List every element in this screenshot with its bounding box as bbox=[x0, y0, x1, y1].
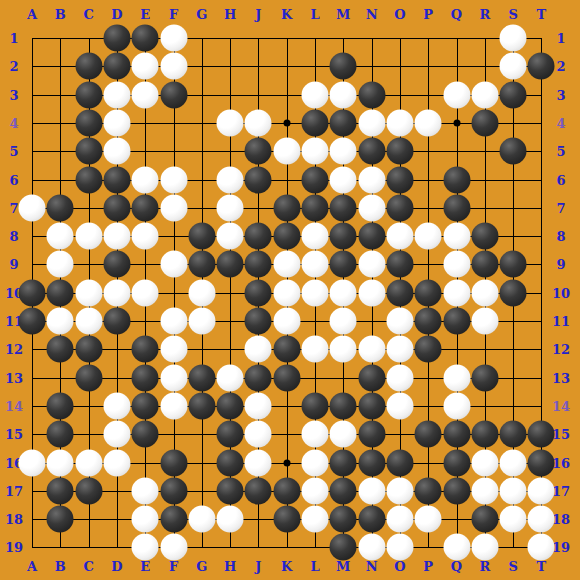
black-stone[interactable] bbox=[245, 166, 272, 193]
white-stone[interactable] bbox=[103, 449, 130, 476]
white-stone[interactable] bbox=[273, 279, 300, 306]
empty-intersection[interactable] bbox=[443, 505, 471, 533]
empty-intersection[interactable] bbox=[414, 194, 442, 222]
empty-intersection[interactable] bbox=[103, 335, 131, 363]
empty-intersection[interactable] bbox=[443, 137, 471, 165]
white-stone[interactable] bbox=[160, 308, 187, 335]
empty-intersection[interactable] bbox=[527, 222, 555, 250]
empty-intersection[interactable] bbox=[499, 533, 527, 561]
empty-intersection[interactable] bbox=[188, 81, 216, 109]
black-stone[interactable] bbox=[273, 477, 300, 504]
empty-intersection[interactable] bbox=[273, 81, 301, 109]
white-stone[interactable] bbox=[217, 223, 244, 250]
empty-intersection[interactable] bbox=[18, 477, 46, 505]
white-stone[interactable] bbox=[188, 279, 215, 306]
empty-intersection[interactable] bbox=[329, 364, 357, 392]
black-stone[interactable] bbox=[188, 223, 215, 250]
black-stone[interactable] bbox=[358, 449, 385, 476]
empty-intersection[interactable] bbox=[18, 81, 46, 109]
black-stone[interactable] bbox=[330, 194, 357, 221]
empty-intersection[interactable] bbox=[414, 81, 442, 109]
black-stone[interactable] bbox=[217, 449, 244, 476]
white-stone[interactable] bbox=[500, 506, 527, 533]
white-stone[interactable] bbox=[471, 308, 498, 335]
black-stone[interactable] bbox=[245, 223, 272, 250]
white-stone[interactable] bbox=[443, 81, 470, 108]
black-stone[interactable] bbox=[19, 279, 46, 306]
empty-intersection[interactable] bbox=[443, 24, 471, 52]
white-stone[interactable] bbox=[132, 81, 159, 108]
empty-intersection[interactable] bbox=[443, 109, 471, 137]
white-stone[interactable] bbox=[132, 477, 159, 504]
white-stone[interactable] bbox=[217, 194, 244, 221]
empty-intersection[interactable] bbox=[46, 166, 74, 194]
black-stone[interactable] bbox=[47, 421, 74, 448]
empty-intersection[interactable] bbox=[443, 52, 471, 80]
empty-intersection[interactable] bbox=[216, 24, 244, 52]
black-stone[interactable] bbox=[217, 392, 244, 419]
white-stone[interactable] bbox=[358, 251, 385, 278]
white-stone[interactable] bbox=[132, 279, 159, 306]
white-stone[interactable] bbox=[47, 251, 74, 278]
black-stone[interactable] bbox=[471, 364, 498, 391]
empty-intersection[interactable] bbox=[18, 335, 46, 363]
empty-intersection[interactable] bbox=[18, 250, 46, 278]
empty-intersection[interactable] bbox=[160, 109, 188, 137]
white-stone[interactable] bbox=[273, 138, 300, 165]
empty-intersection[interactable] bbox=[160, 420, 188, 448]
empty-intersection[interactable] bbox=[188, 449, 216, 477]
empty-intersection[interactable] bbox=[301, 52, 329, 80]
empty-intersection[interactable] bbox=[527, 137, 555, 165]
white-stone[interactable] bbox=[358, 279, 385, 306]
black-stone[interactable] bbox=[443, 449, 470, 476]
empty-intersection[interactable] bbox=[188, 109, 216, 137]
empty-intersection[interactable] bbox=[216, 137, 244, 165]
white-stone[interactable] bbox=[500, 449, 527, 476]
black-stone[interactable] bbox=[273, 364, 300, 391]
black-stone[interactable] bbox=[245, 364, 272, 391]
empty-intersection[interactable] bbox=[244, 81, 272, 109]
empty-intersection[interactable] bbox=[103, 477, 131, 505]
empty-intersection[interactable] bbox=[499, 109, 527, 137]
white-stone[interactable] bbox=[132, 534, 159, 561]
empty-intersection[interactable] bbox=[527, 194, 555, 222]
black-stone[interactable] bbox=[330, 392, 357, 419]
black-stone[interactable] bbox=[217, 251, 244, 278]
empty-intersection[interactable] bbox=[386, 420, 414, 448]
white-stone[interactable] bbox=[132, 166, 159, 193]
black-stone[interactable] bbox=[217, 421, 244, 448]
black-stone[interactable] bbox=[443, 166, 470, 193]
empty-intersection[interactable] bbox=[75, 24, 103, 52]
empty-intersection[interactable] bbox=[18, 109, 46, 137]
white-stone[interactable] bbox=[386, 308, 413, 335]
black-stone[interactable] bbox=[103, 166, 130, 193]
white-stone[interactable] bbox=[330, 308, 357, 335]
empty-intersection[interactable] bbox=[414, 24, 442, 52]
black-stone[interactable] bbox=[273, 223, 300, 250]
white-stone[interactable] bbox=[415, 506, 442, 533]
white-stone[interactable] bbox=[471, 534, 498, 561]
empty-intersection[interactable] bbox=[18, 364, 46, 392]
white-stone[interactable] bbox=[103, 421, 130, 448]
black-stone[interactable] bbox=[75, 364, 102, 391]
empty-intersection[interactable] bbox=[527, 81, 555, 109]
empty-intersection[interactable] bbox=[46, 137, 74, 165]
white-stone[interactable] bbox=[471, 477, 498, 504]
black-stone[interactable] bbox=[415, 477, 442, 504]
empty-intersection[interactable] bbox=[499, 222, 527, 250]
empty-intersection[interactable] bbox=[18, 505, 46, 533]
empty-intersection[interactable] bbox=[103, 505, 131, 533]
black-stone[interactable] bbox=[330, 477, 357, 504]
black-stone[interactable] bbox=[500, 251, 527, 278]
black-stone[interactable] bbox=[103, 25, 130, 52]
black-stone[interactable] bbox=[330, 506, 357, 533]
empty-intersection[interactable] bbox=[188, 194, 216, 222]
white-stone[interactable] bbox=[75, 449, 102, 476]
white-stone[interactable] bbox=[443, 251, 470, 278]
empty-intersection[interactable] bbox=[329, 24, 357, 52]
white-stone[interactable] bbox=[188, 308, 215, 335]
white-stone[interactable] bbox=[160, 392, 187, 419]
empty-intersection[interactable] bbox=[358, 24, 386, 52]
white-stone[interactable] bbox=[302, 421, 329, 448]
white-stone[interactable] bbox=[75, 308, 102, 335]
white-stone[interactable] bbox=[103, 223, 130, 250]
white-stone[interactable] bbox=[358, 534, 385, 561]
white-stone[interactable] bbox=[245, 109, 272, 136]
empty-intersection[interactable] bbox=[527, 24, 555, 52]
white-stone[interactable] bbox=[386, 223, 413, 250]
white-stone[interactable] bbox=[160, 534, 187, 561]
black-stone[interactable] bbox=[358, 138, 385, 165]
black-stone[interactable] bbox=[217, 477, 244, 504]
empty-intersection[interactable] bbox=[443, 335, 471, 363]
white-stone[interactable] bbox=[302, 81, 329, 108]
black-stone[interactable] bbox=[443, 194, 470, 221]
empty-intersection[interactable] bbox=[527, 307, 555, 335]
empty-intersection[interactable] bbox=[301, 533, 329, 561]
black-stone[interactable] bbox=[160, 449, 187, 476]
white-stone[interactable] bbox=[302, 506, 329, 533]
black-stone[interactable] bbox=[75, 166, 102, 193]
empty-intersection[interactable] bbox=[499, 335, 527, 363]
empty-intersection[interactable] bbox=[471, 24, 499, 52]
white-stone[interactable] bbox=[302, 223, 329, 250]
white-stone[interactable] bbox=[75, 223, 102, 250]
white-stone[interactable] bbox=[75, 279, 102, 306]
empty-intersection[interactable] bbox=[414, 449, 442, 477]
white-stone[interactable] bbox=[358, 166, 385, 193]
empty-intersection[interactable] bbox=[471, 137, 499, 165]
black-stone[interactable] bbox=[47, 279, 74, 306]
black-stone[interactable] bbox=[245, 308, 272, 335]
empty-intersection[interactable] bbox=[471, 166, 499, 194]
black-stone[interactable] bbox=[132, 336, 159, 363]
empty-intersection[interactable] bbox=[131, 307, 159, 335]
white-stone[interactable] bbox=[415, 223, 442, 250]
white-stone[interactable] bbox=[386, 364, 413, 391]
black-stone[interactable] bbox=[47, 392, 74, 419]
empty-intersection[interactable] bbox=[244, 24, 272, 52]
empty-intersection[interactable] bbox=[527, 166, 555, 194]
empty-intersection[interactable] bbox=[46, 364, 74, 392]
empty-intersection[interactable] bbox=[244, 533, 272, 561]
empty-intersection[interactable] bbox=[75, 392, 103, 420]
black-stone[interactable] bbox=[302, 392, 329, 419]
empty-intersection[interactable] bbox=[131, 449, 159, 477]
empty-intersection[interactable] bbox=[414, 392, 442, 420]
empty-intersection[interactable] bbox=[216, 533, 244, 561]
white-stone[interactable] bbox=[358, 194, 385, 221]
empty-intersection[interactable] bbox=[75, 250, 103, 278]
empty-intersection[interactable] bbox=[386, 52, 414, 80]
empty-intersection[interactable] bbox=[499, 307, 527, 335]
white-stone[interactable] bbox=[217, 109, 244, 136]
white-stone[interactable] bbox=[302, 138, 329, 165]
empty-intersection[interactable] bbox=[273, 449, 301, 477]
white-stone[interactable] bbox=[443, 279, 470, 306]
black-stone[interactable] bbox=[330, 53, 357, 80]
black-stone[interactable] bbox=[188, 392, 215, 419]
white-stone[interactable] bbox=[471, 81, 498, 108]
black-stone[interactable] bbox=[47, 477, 74, 504]
black-stone[interactable] bbox=[273, 194, 300, 221]
empty-intersection[interactable] bbox=[188, 335, 216, 363]
black-stone[interactable] bbox=[471, 506, 498, 533]
black-stone[interactable] bbox=[528, 53, 555, 80]
white-stone[interactable] bbox=[330, 279, 357, 306]
black-stone[interactable] bbox=[47, 506, 74, 533]
black-stone[interactable] bbox=[330, 251, 357, 278]
white-stone[interactable] bbox=[330, 166, 357, 193]
empty-intersection[interactable] bbox=[18, 222, 46, 250]
empty-intersection[interactable] bbox=[18, 137, 46, 165]
black-stone[interactable] bbox=[75, 53, 102, 80]
white-stone[interactable] bbox=[47, 223, 74, 250]
black-stone[interactable] bbox=[245, 138, 272, 165]
white-stone[interactable] bbox=[132, 53, 159, 80]
black-stone[interactable] bbox=[245, 477, 272, 504]
black-stone[interactable] bbox=[415, 279, 442, 306]
black-stone[interactable] bbox=[358, 81, 385, 108]
empty-intersection[interactable] bbox=[527, 250, 555, 278]
white-stone[interactable] bbox=[245, 449, 272, 476]
black-stone[interactable] bbox=[160, 81, 187, 108]
empty-intersection[interactable] bbox=[75, 420, 103, 448]
white-stone[interactable] bbox=[217, 166, 244, 193]
black-stone[interactable] bbox=[188, 251, 215, 278]
empty-intersection[interactable] bbox=[188, 137, 216, 165]
empty-intersection[interactable] bbox=[386, 24, 414, 52]
white-stone[interactable] bbox=[160, 251, 187, 278]
empty-intersection[interactable] bbox=[131, 250, 159, 278]
black-stone[interactable] bbox=[386, 279, 413, 306]
black-stone[interactable] bbox=[528, 449, 555, 476]
empty-intersection[interactable] bbox=[499, 194, 527, 222]
empty-intersection[interactable] bbox=[18, 52, 46, 80]
black-stone[interactable] bbox=[47, 194, 74, 221]
empty-intersection[interactable] bbox=[471, 194, 499, 222]
empty-intersection[interactable] bbox=[46, 52, 74, 80]
black-stone[interactable] bbox=[75, 109, 102, 136]
white-stone[interactable] bbox=[358, 336, 385, 363]
black-stone[interactable] bbox=[358, 392, 385, 419]
black-stone[interactable] bbox=[273, 336, 300, 363]
black-stone[interactable] bbox=[103, 53, 130, 80]
white-stone[interactable] bbox=[160, 53, 187, 80]
black-stone[interactable] bbox=[160, 506, 187, 533]
black-stone[interactable] bbox=[358, 364, 385, 391]
empty-intersection[interactable] bbox=[499, 392, 527, 420]
white-stone[interactable] bbox=[103, 392, 130, 419]
white-stone[interactable] bbox=[302, 336, 329, 363]
black-stone[interactable] bbox=[386, 166, 413, 193]
white-stone[interactable] bbox=[471, 279, 498, 306]
empty-intersection[interactable] bbox=[188, 477, 216, 505]
empty-intersection[interactable] bbox=[527, 392, 555, 420]
white-stone[interactable] bbox=[443, 534, 470, 561]
white-stone[interactable] bbox=[217, 364, 244, 391]
empty-intersection[interactable] bbox=[273, 420, 301, 448]
white-stone[interactable] bbox=[386, 336, 413, 363]
empty-intersection[interactable] bbox=[301, 24, 329, 52]
black-stone[interactable] bbox=[471, 223, 498, 250]
empty-intersection[interactable] bbox=[301, 307, 329, 335]
empty-intersection[interactable] bbox=[499, 364, 527, 392]
empty-intersection[interactable] bbox=[131, 109, 159, 137]
white-stone[interactable] bbox=[273, 308, 300, 335]
white-stone[interactable] bbox=[245, 421, 272, 448]
empty-intersection[interactable] bbox=[131, 137, 159, 165]
white-stone[interactable] bbox=[103, 109, 130, 136]
empty-intersection[interactable] bbox=[273, 52, 301, 80]
white-stone[interactable] bbox=[160, 25, 187, 52]
empty-intersection[interactable] bbox=[471, 392, 499, 420]
white-stone[interactable] bbox=[386, 477, 413, 504]
white-stone[interactable] bbox=[19, 194, 46, 221]
white-stone[interactable] bbox=[19, 449, 46, 476]
empty-intersection[interactable] bbox=[75, 505, 103, 533]
black-stone[interactable] bbox=[330, 109, 357, 136]
white-stone[interactable] bbox=[386, 534, 413, 561]
white-stone[interactable] bbox=[528, 477, 555, 504]
black-stone[interactable] bbox=[132, 25, 159, 52]
empty-intersection[interactable] bbox=[18, 24, 46, 52]
empty-intersection[interactable] bbox=[46, 24, 74, 52]
empty-intersection[interactable] bbox=[414, 166, 442, 194]
white-stone[interactable] bbox=[500, 53, 527, 80]
white-stone[interactable] bbox=[443, 223, 470, 250]
white-stone[interactable] bbox=[273, 251, 300, 278]
black-stone[interactable] bbox=[302, 194, 329, 221]
empty-intersection[interactable] bbox=[414, 250, 442, 278]
black-stone[interactable] bbox=[415, 336, 442, 363]
white-stone[interactable] bbox=[302, 279, 329, 306]
white-stone[interactable] bbox=[386, 109, 413, 136]
empty-intersection[interactable] bbox=[188, 533, 216, 561]
black-stone[interactable] bbox=[103, 251, 130, 278]
black-stone[interactable] bbox=[415, 421, 442, 448]
black-stone[interactable] bbox=[443, 477, 470, 504]
white-stone[interactable] bbox=[132, 223, 159, 250]
black-stone[interactable] bbox=[132, 194, 159, 221]
white-stone[interactable] bbox=[103, 279, 130, 306]
white-stone[interactable] bbox=[358, 477, 385, 504]
empty-intersection[interactable] bbox=[188, 24, 216, 52]
black-stone[interactable] bbox=[330, 449, 357, 476]
black-stone[interactable] bbox=[245, 251, 272, 278]
empty-intersection[interactable] bbox=[527, 109, 555, 137]
black-stone[interactable] bbox=[188, 364, 215, 391]
black-stone[interactable] bbox=[330, 534, 357, 561]
empty-intersection[interactable] bbox=[386, 81, 414, 109]
empty-intersection[interactable] bbox=[216, 279, 244, 307]
black-stone[interactable] bbox=[471, 251, 498, 278]
empty-intersection[interactable] bbox=[414, 364, 442, 392]
empty-intersection[interactable] bbox=[18, 166, 46, 194]
black-stone[interactable] bbox=[75, 138, 102, 165]
empty-intersection[interactable] bbox=[46, 109, 74, 137]
white-stone[interactable] bbox=[415, 109, 442, 136]
white-stone[interactable] bbox=[528, 506, 555, 533]
black-stone[interactable] bbox=[19, 308, 46, 335]
black-stone[interactable] bbox=[358, 421, 385, 448]
empty-intersection[interactable] bbox=[216, 307, 244, 335]
empty-intersection[interactable] bbox=[188, 166, 216, 194]
black-stone[interactable] bbox=[443, 421, 470, 448]
empty-intersection[interactable] bbox=[273, 392, 301, 420]
empty-intersection[interactable] bbox=[414, 52, 442, 80]
black-stone[interactable] bbox=[132, 392, 159, 419]
empty-intersection[interactable] bbox=[160, 279, 188, 307]
empty-intersection[interactable] bbox=[527, 364, 555, 392]
empty-intersection[interactable] bbox=[75, 194, 103, 222]
empty-intersection[interactable] bbox=[527, 279, 555, 307]
black-stone[interactable] bbox=[330, 223, 357, 250]
white-stone[interactable] bbox=[188, 506, 215, 533]
empty-intersection[interactable] bbox=[188, 420, 216, 448]
empty-intersection[interactable] bbox=[46, 533, 74, 561]
black-stone[interactable] bbox=[273, 506, 300, 533]
white-stone[interactable] bbox=[386, 392, 413, 419]
black-stone[interactable] bbox=[386, 138, 413, 165]
empty-intersection[interactable] bbox=[273, 166, 301, 194]
empty-intersection[interactable] bbox=[471, 335, 499, 363]
empty-intersection[interactable] bbox=[18, 392, 46, 420]
white-stone[interactable] bbox=[160, 364, 187, 391]
black-stone[interactable] bbox=[386, 194, 413, 221]
black-stone[interactable] bbox=[132, 421, 159, 448]
empty-intersection[interactable] bbox=[244, 194, 272, 222]
empty-intersection[interactable] bbox=[244, 52, 272, 80]
white-stone[interactable] bbox=[160, 166, 187, 193]
empty-intersection[interactable] bbox=[358, 52, 386, 80]
empty-intersection[interactable] bbox=[103, 533, 131, 561]
white-stone[interactable] bbox=[302, 251, 329, 278]
empty-intersection[interactable] bbox=[216, 52, 244, 80]
white-stone[interactable] bbox=[500, 477, 527, 504]
empty-intersection[interactable] bbox=[301, 364, 329, 392]
white-stone[interactable] bbox=[471, 449, 498, 476]
empty-intersection[interactable] bbox=[273, 109, 301, 137]
white-stone[interactable] bbox=[358, 109, 385, 136]
empty-intersection[interactable] bbox=[273, 24, 301, 52]
white-stone[interactable] bbox=[443, 392, 470, 419]
black-stone[interactable] bbox=[358, 506, 385, 533]
